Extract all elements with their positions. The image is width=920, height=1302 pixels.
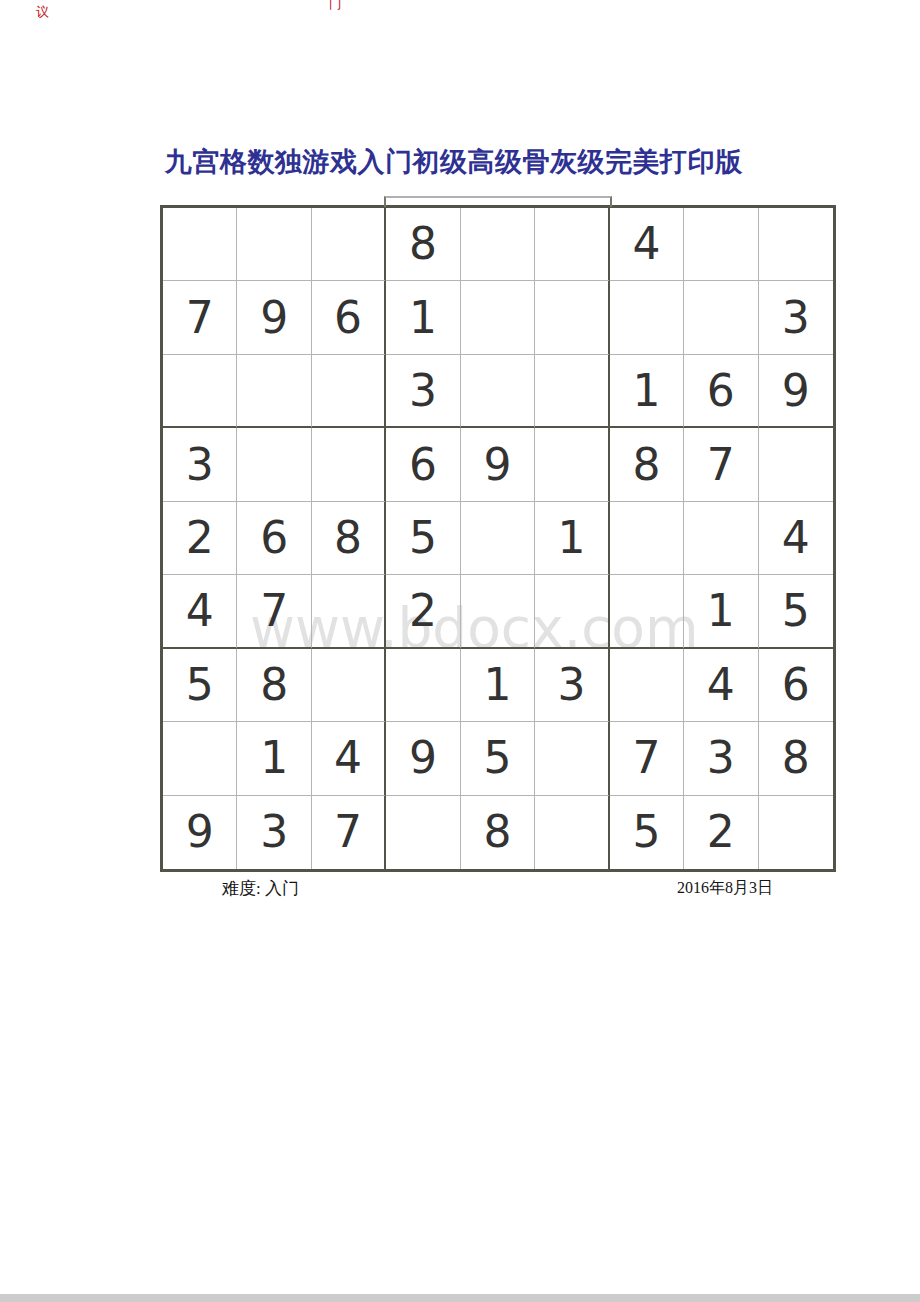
cell-digit: 7	[260, 589, 288, 633]
stray-red-mark-left: 议	[36, 5, 49, 19]
sudoku-cell-r6c9: 5	[759, 575, 833, 648]
sudoku-cell-r6c1: 4	[163, 575, 237, 648]
sudoku-cell-r7c6: 3	[535, 649, 609, 722]
cell-digit: 6	[409, 443, 437, 487]
sudoku-cell-r8c1	[163, 722, 237, 795]
cell-digit: 7	[707, 443, 735, 487]
sudoku-cell-r5c2: 6	[237, 502, 311, 575]
sudoku-cell-r4c5: 9	[461, 428, 535, 501]
sudoku-cell-r3c8: 6	[684, 355, 758, 428]
sudoku-cell-r5c6: 1	[535, 502, 609, 575]
sudoku-cell-r4c7: 8	[610, 428, 684, 501]
sudoku-cell-r3c5	[461, 355, 535, 428]
cell-digit: 8	[782, 736, 810, 780]
sudoku-cell-r7c8: 4	[684, 649, 758, 722]
sudoku-cell-r3c1	[163, 355, 237, 428]
cell-digit: 8	[483, 810, 511, 854]
sudoku-cell-r3c9: 9	[759, 355, 833, 428]
sudoku-cell-r6c8: 1	[684, 575, 758, 648]
sudoku-board: 8479613316936987268514472155813461495738…	[160, 205, 836, 872]
cell-digit: 1	[483, 663, 511, 707]
sudoku-cell-r9c4	[386, 796, 460, 869]
cell-digit: 6	[707, 369, 735, 413]
sudoku-cell-r8c3: 4	[312, 722, 386, 795]
sudoku-cell-r1c4: 8	[386, 208, 460, 281]
sudoku-cell-r1c9	[759, 208, 833, 281]
cell-digit: 3	[782, 296, 810, 340]
cell-digit: 2	[707, 810, 735, 854]
stray-red-mark-center: 门	[329, 0, 342, 11]
cell-digit: 3	[186, 443, 214, 487]
cell-digit: 9	[409, 736, 437, 780]
sudoku-cell-r5c8	[684, 502, 758, 575]
cell-digit: 9	[782, 369, 810, 413]
sudoku-cell-r7c2: 8	[237, 649, 311, 722]
cell-digit: 8	[632, 443, 660, 487]
sudoku-cell-r2c9: 3	[759, 281, 833, 354]
sudoku-cell-r1c3	[312, 208, 386, 281]
sudoku-cell-r9c8: 2	[684, 796, 758, 869]
cell-digit: 4	[334, 736, 362, 780]
cell-digit: 2	[409, 589, 437, 633]
cell-digit: 1	[632, 369, 660, 413]
sudoku-cell-r7c1: 5	[163, 649, 237, 722]
sudoku-cell-r2c5	[461, 281, 535, 354]
cell-digit: 9	[483, 443, 511, 487]
sudoku-cell-r7c5: 1	[461, 649, 535, 722]
sudoku-cell-r3c6	[535, 355, 609, 428]
difficulty-label: 难度: 入门	[222, 877, 299, 900]
sudoku-cell-r9c3: 7	[312, 796, 386, 869]
sudoku-cell-r6c7	[610, 575, 684, 648]
cell-digit: 1	[707, 589, 735, 633]
sudoku-cell-r9c6	[535, 796, 609, 869]
cell-digit: 4	[707, 663, 735, 707]
sudoku-cell-r4c2	[237, 428, 311, 501]
sudoku-cell-r6c3	[312, 575, 386, 648]
cell-digit: 7	[334, 810, 362, 854]
sudoku-cell-r4c6	[535, 428, 609, 501]
sudoku-cell-r5c7	[610, 502, 684, 575]
sudoku-cell-r9c2: 3	[237, 796, 311, 869]
cell-digit: 1	[260, 736, 288, 780]
cell-digit: 8	[260, 663, 288, 707]
sudoku-cell-r8c6	[535, 722, 609, 795]
sudoku-cell-r8c9: 8	[759, 722, 833, 795]
sudoku-cell-r6c6	[535, 575, 609, 648]
sudoku-cell-r3c3	[312, 355, 386, 428]
sudoku-cell-r8c2: 1	[237, 722, 311, 795]
cell-digit: 5	[632, 810, 660, 854]
sudoku-cell-r1c2	[237, 208, 311, 281]
sudoku-cell-r4c8: 7	[684, 428, 758, 501]
document-page: 议 门 九宫格数独游戏入门初级高级骨灰级完美打印版 www.bdocx.com …	[0, 0, 920, 1302]
sudoku-cell-r8c5: 5	[461, 722, 535, 795]
sudoku-cell-r1c5	[461, 208, 535, 281]
sudoku-cell-r9c1: 9	[163, 796, 237, 869]
cell-digit: 3	[557, 663, 585, 707]
sudoku-cell-r5c5	[461, 502, 535, 575]
cell-digit: 9	[186, 810, 214, 854]
sudoku-cell-r2c8	[684, 281, 758, 354]
sudoku-cell-r2c4: 1	[386, 281, 460, 354]
cell-digit: 5	[186, 663, 214, 707]
cell-digit: 6	[782, 663, 810, 707]
cell-digit: 8	[409, 222, 437, 266]
sudoku-cell-r5c3: 8	[312, 502, 386, 575]
cell-digit: 3	[260, 810, 288, 854]
sudoku-cell-r3c2	[237, 355, 311, 428]
cell-digit: 5	[409, 516, 437, 560]
page-title: 九宫格数独游戏入门初级高级骨灰级完美打印版	[165, 144, 743, 180]
sudoku-cell-r4c1: 3	[163, 428, 237, 501]
sudoku-cell-r5c9: 4	[759, 502, 833, 575]
sudoku-cell-r3c4: 3	[386, 355, 460, 428]
empty-text-frame	[384, 196, 612, 207]
cell-digit: 6	[260, 516, 288, 560]
cell-digit: 3	[409, 369, 437, 413]
cell-digit: 9	[260, 296, 288, 340]
cell-digit: 7	[632, 736, 660, 780]
sudoku-cell-r7c7	[610, 649, 684, 722]
cell-digit: 2	[186, 516, 214, 560]
cell-digit: 1	[557, 516, 585, 560]
sudoku-cell-r1c7: 4	[610, 208, 684, 281]
sudoku-cell-r3c7: 1	[610, 355, 684, 428]
sudoku-cell-r4c3	[312, 428, 386, 501]
cell-digit: 5	[782, 589, 810, 633]
sudoku-cell-r9c7: 5	[610, 796, 684, 869]
sudoku-cell-r7c9: 6	[759, 649, 833, 722]
sudoku-cell-r5c1: 2	[163, 502, 237, 575]
sudoku-cell-r4c9	[759, 428, 833, 501]
sudoku-cell-r4c4: 6	[386, 428, 460, 501]
sudoku-cell-r7c3	[312, 649, 386, 722]
sudoku-cell-r8c8: 3	[684, 722, 758, 795]
sudoku-cell-r2c3: 6	[312, 281, 386, 354]
sudoku-cell-r5c4: 5	[386, 502, 460, 575]
sudoku-cell-r7c4	[386, 649, 460, 722]
cell-digit: 7	[186, 296, 214, 340]
bottom-scroll-strip	[0, 1294, 920, 1302]
cell-digit: 6	[334, 296, 362, 340]
sudoku-cell-r6c4: 2	[386, 575, 460, 648]
sudoku-cell-r8c7: 7	[610, 722, 684, 795]
sudoku-cell-r9c5: 8	[461, 796, 535, 869]
sudoku-cell-r2c1: 7	[163, 281, 237, 354]
sudoku-cell-r6c2: 7	[237, 575, 311, 648]
cell-digit: 5	[483, 736, 511, 780]
sudoku-cell-r1c1	[163, 208, 237, 281]
sudoku-cell-r9c9	[759, 796, 833, 869]
sudoku-cell-r8c4: 9	[386, 722, 460, 795]
cell-digit: 4	[782, 516, 810, 560]
sudoku-cell-r1c6	[535, 208, 609, 281]
sudoku-cell-r2c7	[610, 281, 684, 354]
sudoku-cell-r1c8	[684, 208, 758, 281]
sudoku-cell-r2c6	[535, 281, 609, 354]
cell-digit: 3	[707, 736, 735, 780]
cell-digit: 4	[186, 589, 214, 633]
date-label: 2016年8月3日	[677, 878, 773, 899]
cell-digit: 8	[334, 516, 362, 560]
cell-digit: 4	[632, 222, 660, 266]
sudoku-cell-r2c2: 9	[237, 281, 311, 354]
cell-digit: 1	[409, 296, 437, 340]
sudoku-cell-r6c5	[461, 575, 535, 648]
